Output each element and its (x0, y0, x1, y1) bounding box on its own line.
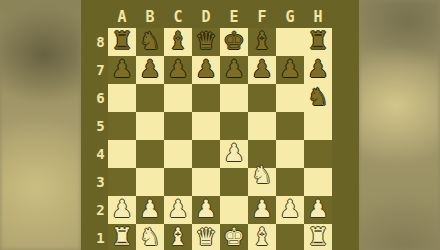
white-pawn-h2: ♟ (304, 196, 332, 224)
square-a2[interactable]: ♟ (108, 196, 136, 224)
square-g2[interactable]: ♟ (276, 196, 304, 224)
square-a8[interactable]: ♜ (108, 28, 136, 56)
square-h3[interactable] (304, 168, 332, 196)
square-g4[interactable] (276, 140, 304, 168)
square-g3[interactable] (276, 168, 304, 196)
white-king-e1: ♚ (220, 224, 248, 250)
square-a6[interactable] (108, 84, 136, 112)
black-bishop-c8: ♝ (164, 28, 192, 56)
square-b5[interactable] (136, 112, 164, 140)
file-label-e: E (220, 8, 248, 26)
square-e8[interactable]: ♚ (220, 28, 248, 56)
square-g6[interactable] (276, 84, 304, 112)
square-d5[interactable] (192, 112, 220, 140)
square-h6[interactable]: ♞ (304, 84, 332, 112)
rank-label-7: 7 (93, 56, 108, 84)
square-b2[interactable]: ♟ (136, 196, 164, 224)
chess-board[interactable]: ♜♞♝♛♚♝♜♟♟♟♟♟♟♟♟♞♟♞♟♟♟♟♟♟♟♜♞♝♛♚♝♜ (108, 28, 332, 250)
square-c3[interactable] (164, 168, 192, 196)
square-d6[interactable] (192, 84, 220, 112)
black-king-e8: ♚ (220, 28, 248, 56)
white-pawn-f2: ♟ (248, 196, 276, 224)
white-pawn-c2: ♟ (164, 196, 192, 224)
square-b3[interactable] (136, 168, 164, 196)
rank-label-3: 3 (93, 168, 108, 196)
rank-label-1: 1 (93, 224, 108, 250)
square-a1[interactable]: ♜ (108, 224, 136, 250)
square-d3[interactable] (192, 168, 220, 196)
rank-label-6: 6 (93, 84, 108, 112)
square-a7[interactable]: ♟ (108, 56, 136, 84)
file-label-h: H (304, 8, 332, 26)
white-pawn-e4: ♟ (220, 140, 248, 168)
file-label-f: F (248, 8, 276, 26)
white-rook-a1: ♜ (108, 224, 136, 250)
black-rook-h8: ♜ (304, 28, 332, 56)
black-pawn-c7: ♟ (164, 56, 192, 84)
white-pawn-g2: ♟ (276, 196, 304, 224)
square-a4[interactable] (108, 140, 136, 168)
square-f6[interactable] (248, 84, 276, 112)
rank-labels: 87654321 (93, 28, 108, 250)
square-c2[interactable]: ♟ (164, 196, 192, 224)
square-g5[interactable] (276, 112, 304, 140)
black-queen-d8: ♛ (192, 28, 220, 56)
square-e3[interactable] (220, 168, 248, 196)
square-e6[interactable] (220, 84, 248, 112)
square-c6[interactable] (164, 84, 192, 112)
square-e1[interactable]: ♚ (220, 224, 248, 250)
file-label-d: D (192, 8, 220, 26)
rank-label-4: 4 (93, 140, 108, 168)
square-f1[interactable]: ♝ (248, 224, 276, 250)
file-labels: ABCDEFGH (108, 8, 332, 26)
square-h1[interactable]: ♜ (304, 224, 332, 250)
square-a3[interactable] (108, 168, 136, 196)
square-e5[interactable] (220, 112, 248, 140)
black-pawn-e7: ♟ (220, 56, 248, 84)
square-f8[interactable]: ♝ (248, 28, 276, 56)
white-queen-d1: ♛ (192, 224, 220, 250)
black-pawn-g7: ♟ (276, 56, 304, 84)
square-f2[interactable]: ♟ (248, 196, 276, 224)
square-a5[interactable] (108, 112, 136, 140)
square-h7[interactable]: ♟ (304, 56, 332, 84)
file-label-g: G (276, 8, 304, 26)
white-rook-h1: ♜ (304, 224, 332, 250)
white-bishop-f1: ♝ (248, 224, 276, 250)
white-pawn-a2: ♟ (108, 196, 136, 224)
black-knight-b8: ♞ (136, 28, 164, 56)
square-h8[interactable]: ♜ (304, 28, 332, 56)
square-g1[interactable] (276, 224, 304, 250)
square-c5[interactable] (164, 112, 192, 140)
square-d2[interactable]: ♟ (192, 196, 220, 224)
square-d7[interactable]: ♟ (192, 56, 220, 84)
rank-label-2: 2 (93, 196, 108, 224)
square-h4[interactable] (304, 140, 332, 168)
file-label-a: A (108, 8, 136, 26)
white-pawn-b2: ♟ (136, 196, 164, 224)
square-c4[interactable] (164, 140, 192, 168)
white-knight-b1: ♞ (136, 224, 164, 250)
file-label-b: B (136, 8, 164, 26)
square-e2[interactable] (220, 196, 248, 224)
black-rook-a8: ♜ (108, 28, 136, 56)
rank-label-5: 5 (93, 112, 108, 140)
black-bishop-f8: ♝ (248, 28, 276, 56)
black-pawn-f7: ♟ (248, 56, 276, 84)
square-b7[interactable]: ♟ (136, 56, 164, 84)
black-pawn-h7: ♟ (304, 56, 332, 84)
square-f3[interactable]: ♞ (248, 168, 276, 196)
square-b6[interactable] (136, 84, 164, 112)
square-c7[interactable]: ♟ (164, 56, 192, 84)
square-c1[interactable]: ♝ (164, 224, 192, 250)
square-h5[interactable] (304, 112, 332, 140)
square-b1[interactable]: ♞ (136, 224, 164, 250)
game-screen: ABCDEFGH 87654321 ♜♞♝♛♚♝♜♟♟♟♟♟♟♟♟♞♟♞♟♟♟♟… (81, 0, 359, 250)
pillarbox-blur-right (359, 0, 440, 250)
white-bishop-c1: ♝ (164, 224, 192, 250)
square-e7[interactable]: ♟ (220, 56, 248, 84)
square-h2[interactable]: ♟ (304, 196, 332, 224)
square-d8[interactable]: ♛ (192, 28, 220, 56)
pillarbox-blur-left (0, 0, 81, 250)
square-d4[interactable] (192, 140, 220, 168)
file-label-c: C (164, 8, 192, 26)
black-pawn-b7: ♟ (136, 56, 164, 84)
square-g8[interactable] (276, 28, 304, 56)
white-knight-f3: ♞ (248, 162, 276, 190)
square-b4[interactable] (136, 140, 164, 168)
square-e4[interactable]: ♟ (220, 140, 248, 168)
square-f5[interactable] (248, 112, 276, 140)
square-f7[interactable]: ♟ (248, 56, 276, 84)
black-knight-h6: ♞ (304, 84, 332, 112)
white-pawn-d2: ♟ (192, 196, 220, 224)
square-c8[interactable]: ♝ (164, 28, 192, 56)
square-d1[interactable]: ♛ (192, 224, 220, 250)
square-g7[interactable]: ♟ (276, 56, 304, 84)
black-pawn-a7: ♟ (108, 56, 136, 84)
rank-label-8: 8 (93, 28, 108, 56)
square-b8[interactable]: ♞ (136, 28, 164, 56)
black-pawn-d7: ♟ (192, 56, 220, 84)
